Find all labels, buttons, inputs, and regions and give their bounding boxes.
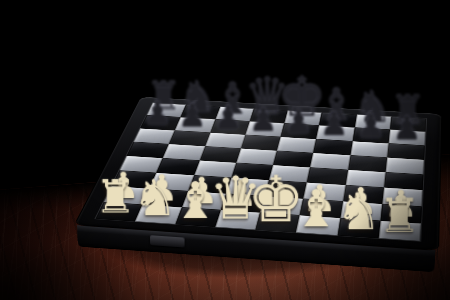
square-b4 xyxy=(156,158,199,175)
square-f5 xyxy=(310,153,350,170)
square-g1: ♞ xyxy=(337,218,380,238)
board-latch xyxy=(150,235,185,247)
square-c3 xyxy=(188,175,231,193)
square-c1: ♝ xyxy=(175,207,221,227)
board-frame: ♜♞♝♛♚♝♞♜♟♟♟♟♟♟♟♟♟♟♟♟♟♟♟♟♜♞♝♛♚♝♞♜ xyxy=(75,97,441,251)
square-e2: ♟ xyxy=(260,196,303,215)
square-h4 xyxy=(384,172,424,190)
square-g4 xyxy=(345,170,385,188)
square-h6 xyxy=(387,143,425,159)
square-e1: ♚ xyxy=(255,212,299,232)
square-h1: ♜ xyxy=(379,221,422,242)
square-e4 xyxy=(269,165,310,183)
square-a3 xyxy=(112,170,157,188)
square-f2: ♟ xyxy=(300,198,343,217)
square-a4 xyxy=(119,156,162,173)
square-h5 xyxy=(385,157,424,174)
square-c4 xyxy=(194,160,236,177)
board-grid: ♜♞♝♛♚♝♞♜♟♟♟♟♟♟♟♟♟♟♟♟♟♟♟♟♜♞♝♛♚♝♞♜ xyxy=(94,102,427,241)
square-g6 xyxy=(350,141,388,157)
square-b3 xyxy=(150,173,194,191)
square-b2: ♟ xyxy=(143,188,188,207)
chess-board: ♜♞♝♛♚♝♞♜♟♟♟♟♟♟♟♟♟♟♟♟♟♟♟♟♜♞♝♛♚♝♞♜ xyxy=(75,97,441,251)
square-c5 xyxy=(199,146,240,163)
square-g2: ♟ xyxy=(340,201,382,221)
square-h3 xyxy=(382,188,423,207)
square-f1: ♝ xyxy=(296,215,340,235)
board-edge-right xyxy=(437,115,441,270)
square-b1: ♞ xyxy=(135,204,181,224)
chess-photo-scene: ♜♞♝♛♚♝♞♜♟♟♟♟♟♟♟♟♟♟♟♟♟♟♟♟♜♞♝♛♚♝♞♜ xyxy=(0,0,450,300)
square-d1: ♛ xyxy=(215,210,260,230)
square-e5 xyxy=(273,151,313,168)
square-g5 xyxy=(348,155,387,172)
square-g7: ♟ xyxy=(352,128,390,144)
square-d4 xyxy=(231,163,273,180)
board-stage: ♜♞♝♛♚♝♞♜♟♟♟♟♟♟♟♟♟♟♟♟♟♟♟♟♜♞♝♛♚♝♞♜ xyxy=(0,0,450,300)
square-f3 xyxy=(304,183,346,201)
square-a2: ♟ xyxy=(104,186,150,205)
